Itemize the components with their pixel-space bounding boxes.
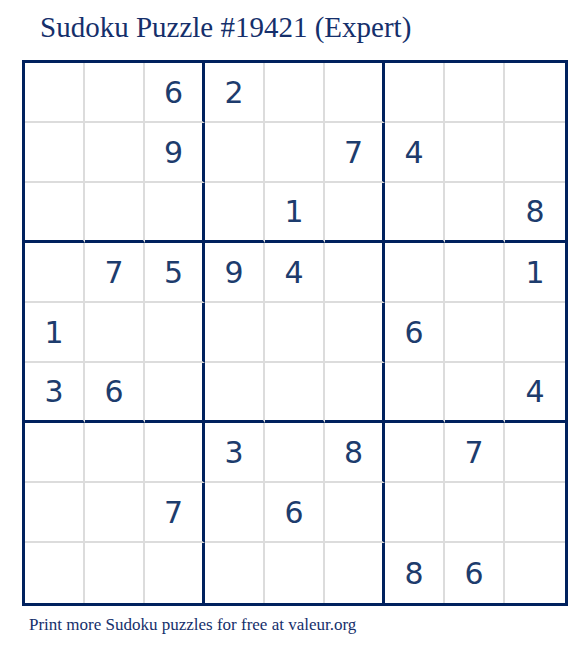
- cell-r9c2[interactable]: [85, 543, 145, 603]
- cell-r3c9[interactable]: 8: [505, 183, 565, 243]
- cell-r9c1[interactable]: [25, 543, 85, 603]
- cell-r8c6[interactable]: [325, 483, 385, 543]
- cell-r9c7[interactable]: 8: [385, 543, 445, 603]
- cell-r3c8[interactable]: [445, 183, 505, 243]
- cell-r8c4[interactable]: [205, 483, 265, 543]
- cell-r7c4[interactable]: 3: [205, 423, 265, 483]
- cell-r8c5[interactable]: 6: [265, 483, 325, 543]
- cell-r2c1[interactable]: [25, 123, 85, 183]
- cell-r2c4[interactable]: [205, 123, 265, 183]
- cell-r8c2[interactable]: [85, 483, 145, 543]
- cell-r2c5[interactable]: [265, 123, 325, 183]
- cell-r7c8[interactable]: 7: [445, 423, 505, 483]
- sudoku-board: 629741875941163643877686: [22, 60, 568, 606]
- cell-r4c4[interactable]: 9: [205, 243, 265, 303]
- cell-r1c2[interactable]: [85, 63, 145, 123]
- cell-r2c7[interactable]: 4: [385, 123, 445, 183]
- cell-r4c6[interactable]: [325, 243, 385, 303]
- cell-r4c2[interactable]: 7: [85, 243, 145, 303]
- cell-r4c3[interactable]: 5: [145, 243, 205, 303]
- cell-r9c5[interactable]: [265, 543, 325, 603]
- page: Sudoku Puzzle #19421 (Expert) 6297418759…: [0, 0, 580, 651]
- cell-r3c1[interactable]: [25, 183, 85, 243]
- cell-r8c9[interactable]: [505, 483, 565, 543]
- cell-r3c2[interactable]: [85, 183, 145, 243]
- cell-r3c7[interactable]: [385, 183, 445, 243]
- cell-r8c8[interactable]: [445, 483, 505, 543]
- cell-r5c8[interactable]: [445, 303, 505, 363]
- footer-text: Print more Sudoku puzzles for free at va…: [29, 615, 356, 635]
- cell-r6c2[interactable]: 6: [85, 363, 145, 423]
- cell-r3c3[interactable]: [145, 183, 205, 243]
- cell-r5c6[interactable]: [325, 303, 385, 363]
- cell-r4c9[interactable]: 1: [505, 243, 565, 303]
- cell-r6c9[interactable]: 4: [505, 363, 565, 423]
- cell-r3c4[interactable]: [205, 183, 265, 243]
- cell-r2c6[interactable]: 7: [325, 123, 385, 183]
- cell-r5c9[interactable]: [505, 303, 565, 363]
- cell-r8c3[interactable]: 7: [145, 483, 205, 543]
- cell-r1c7[interactable]: [385, 63, 445, 123]
- cell-r4c5[interactable]: 4: [265, 243, 325, 303]
- cell-r7c6[interactable]: 8: [325, 423, 385, 483]
- cell-r5c3[interactable]: [145, 303, 205, 363]
- cell-r6c4[interactable]: [205, 363, 265, 423]
- cell-r6c8[interactable]: [445, 363, 505, 423]
- cell-r7c9[interactable]: [505, 423, 565, 483]
- cell-r1c9[interactable]: [505, 63, 565, 123]
- cell-r2c9[interactable]: [505, 123, 565, 183]
- cell-r7c2[interactable]: [85, 423, 145, 483]
- cell-r6c6[interactable]: [325, 363, 385, 423]
- cell-r9c9[interactable]: [505, 543, 565, 603]
- cell-r1c1[interactable]: [25, 63, 85, 123]
- cell-r3c6[interactable]: [325, 183, 385, 243]
- cell-r6c7[interactable]: [385, 363, 445, 423]
- cell-r5c1[interactable]: 1: [25, 303, 85, 363]
- cell-r4c7[interactable]: [385, 243, 445, 303]
- cell-r1c5[interactable]: [265, 63, 325, 123]
- cell-r7c5[interactable]: [265, 423, 325, 483]
- cell-r1c3[interactable]: 6: [145, 63, 205, 123]
- cell-r1c6[interactable]: [325, 63, 385, 123]
- cell-r5c4[interactable]: [205, 303, 265, 363]
- cell-r7c7[interactable]: [385, 423, 445, 483]
- cell-r8c7[interactable]: [385, 483, 445, 543]
- cell-r6c5[interactable]: [265, 363, 325, 423]
- cell-r8c1[interactable]: [25, 483, 85, 543]
- cell-r6c1[interactable]: 3: [25, 363, 85, 423]
- cell-r9c3[interactable]: [145, 543, 205, 603]
- cell-r6c3[interactable]: [145, 363, 205, 423]
- cell-r5c2[interactable]: [85, 303, 145, 363]
- cell-r9c8[interactable]: 6: [445, 543, 505, 603]
- cell-r3c5[interactable]: 1: [265, 183, 325, 243]
- page-title: Sudoku Puzzle #19421 (Expert): [40, 11, 411, 44]
- cell-r7c3[interactable]: [145, 423, 205, 483]
- cell-r2c8[interactable]: [445, 123, 505, 183]
- cell-r4c8[interactable]: [445, 243, 505, 303]
- cell-r5c5[interactable]: [265, 303, 325, 363]
- cell-r9c6[interactable]: [325, 543, 385, 603]
- cell-r4c1[interactable]: [25, 243, 85, 303]
- cell-r1c4[interactable]: 2: [205, 63, 265, 123]
- cell-r2c2[interactable]: [85, 123, 145, 183]
- cell-r5c7[interactable]: 6: [385, 303, 445, 363]
- cell-r1c8[interactable]: [445, 63, 505, 123]
- cell-r2c3[interactable]: 9: [145, 123, 205, 183]
- cell-r9c4[interactable]: [205, 543, 265, 603]
- cell-r7c1[interactable]: [25, 423, 85, 483]
